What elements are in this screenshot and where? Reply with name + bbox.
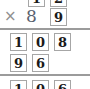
answer-box-3[interactable]: 6 [54, 80, 71, 89]
partial-products-rule [0, 28, 90, 30]
multiplicand-ones-box[interactable]: 2 [50, 0, 67, 7]
multiplier-tens-digit: 8 [26, 8, 37, 25]
partial1-hundreds-box[interactable]: 1 [10, 33, 27, 51]
multiplication-worksheet: 1 2 × 8 9 1 0 8 9 6 1 0 6 [0, 0, 90, 89]
answer-rule [0, 74, 90, 76]
partial2-tens-box[interactable]: 6 [32, 54, 49, 72]
partial1-tens-box[interactable]: 0 [32, 33, 49, 51]
partial2-hundreds-box[interactable]: 9 [10, 54, 27, 72]
answer-box-1[interactable]: 1 [10, 80, 27, 89]
partial1-ones-box[interactable]: 8 [54, 33, 71, 51]
multiplication-sign: × [4, 9, 17, 24]
multiplier-ones-box[interactable]: 9 [50, 8, 67, 26]
answer-box-2[interactable]: 0 [32, 80, 49, 89]
